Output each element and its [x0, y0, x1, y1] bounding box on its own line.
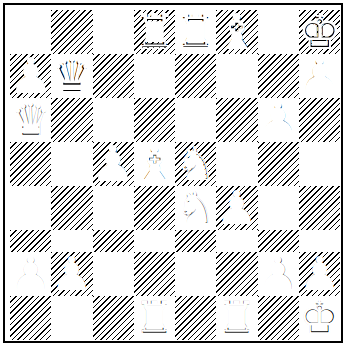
piece-white-pawn-g2-icon: ♟♙ — [258, 252, 299, 296]
piece-white-queen-a6-icon: ♛♕ — [10, 98, 51, 142]
piece-black-pawn-a7-icon: ♟♟ — [10, 54, 51, 98]
square-h2[interactable]: ♟♙ — [299, 252, 340, 296]
square-e1[interactable] — [175, 296, 216, 340]
square-h4[interactable] — [299, 186, 340, 230]
piece-white-pawn-f4-icon: ♟♙ — [216, 186, 257, 230]
piece-white-knight-e4-icon: ♞♘ — [175, 186, 216, 230]
piece-white-knight-e5-icon: ♞♘ — [175, 142, 216, 186]
square-e6[interactable] — [175, 98, 216, 142]
piece-fill-layer: ♜ — [216, 295, 258, 342]
square-h7[interactable]: ♟♟ — [299, 54, 340, 98]
piece-white-pawn-b2-icon: ♟♙ — [51, 252, 92, 296]
square-d7[interactable] — [134, 54, 175, 98]
square-f7[interactable] — [216, 54, 257, 98]
square-e5[interactable]: ♞♘ — [175, 142, 216, 186]
piece-fill-layer: ♟ — [91, 139, 135, 188]
piece-black-pawn-g6-icon: ♟♟ — [258, 98, 299, 142]
square-h1[interactable]: ♚♔ — [299, 296, 340, 340]
piece-fill-layer: ♝ — [132, 139, 176, 188]
square-e4[interactable]: ♞♘ — [175, 186, 216, 230]
square-f8[interactable]: ♝♝ — [216, 10, 257, 54]
square-c5[interactable]: ♟♟ — [93, 142, 134, 186]
square-g1[interactable] — [258, 296, 299, 340]
square-f6[interactable] — [216, 98, 257, 142]
square-e8[interactable]: ♜♜ — [175, 10, 216, 54]
square-a4[interactable] — [10, 186, 51, 230]
square-a6[interactable]: ♛♕ — [10, 98, 51, 142]
square-c1[interactable] — [93, 296, 134, 340]
piece-black-queen-b7-icon: ♛♛ — [51, 54, 92, 98]
square-f4[interactable]: ♟♙ — [216, 186, 257, 230]
square-c3[interactable] — [93, 230, 134, 252]
chess-diagram: ♜♜♜♜♝♝♚♚♟♟♛♛♟♟♛♕♟♟♟♟♝♝♞♘♞♘♟♙♟♙♟♙♟♙♟♙♜♖♜♖… — [0, 0, 350, 350]
square-b2[interactable]: ♟♙ — [51, 252, 92, 296]
square-c4[interactable] — [93, 186, 134, 230]
square-a1[interactable] — [10, 296, 51, 340]
square-d4[interactable] — [134, 186, 175, 230]
square-d1[interactable]: ♜♖ — [134, 296, 175, 340]
piece-white-rook-d1-icon: ♜♖ — [134, 296, 175, 340]
square-d3[interactable] — [134, 230, 175, 252]
square-d5[interactable]: ♝♝ — [134, 142, 175, 186]
piece-fill-layer: ♝ — [215, 7, 259, 56]
piece-fill-layer: ♜ — [174, 7, 218, 56]
square-b1[interactable] — [51, 296, 92, 340]
square-g6[interactable]: ♟♟ — [258, 98, 299, 142]
piece-black-bishop-f8-icon: ♝♝ — [216, 10, 257, 54]
square-d8[interactable]: ♜♜ — [134, 10, 175, 54]
piece-fill-layer: ♛ — [50, 51, 94, 100]
square-a2[interactable]: ♟♙ — [10, 252, 51, 296]
piece-black-pawn-h7-icon: ♟♟ — [299, 54, 340, 98]
square-a5[interactable] — [10, 142, 51, 186]
square-f2[interactable] — [216, 252, 257, 296]
chess-board: ♜♜♜♜♝♝♚♚♟♟♛♛♟♟♛♕♟♟♟♟♝♝♞♘♞♘♟♙♟♙♟♙♟♙♟♙♜♖♜♖… — [10, 10, 340, 340]
piece-fill-layer: ♟ — [257, 251, 299, 298]
square-a7[interactable]: ♟♟ — [10, 54, 51, 98]
square-e2[interactable] — [175, 252, 216, 296]
square-c2[interactable] — [93, 252, 134, 296]
square-c8[interactable] — [93, 10, 134, 54]
piece-fill-layer: ♞ — [175, 185, 217, 232]
piece-black-bishop-d5-icon: ♝♝ — [134, 142, 175, 186]
piece-fill-layer: ♟ — [216, 185, 258, 232]
square-f1[interactable]: ♜♖ — [216, 296, 257, 340]
square-d2[interactable] — [134, 252, 175, 296]
piece-fill-layer: ♟ — [51, 251, 93, 298]
piece-white-pawn-a2-icon: ♟♙ — [10, 252, 51, 296]
piece-black-rook-d8-icon: ♜♜ — [134, 10, 175, 54]
piece-fill-layer: ♟ — [10, 251, 52, 298]
piece-black-rook-e8-icon: ♜♜ — [175, 10, 216, 54]
square-b4[interactable] — [51, 186, 92, 230]
square-g8[interactable] — [258, 10, 299, 54]
square-b6[interactable] — [51, 98, 92, 142]
piece-fill-layer: ♚ — [298, 295, 340, 342]
piece-white-rook-f1-icon: ♜♖ — [216, 296, 257, 340]
piece-white-pawn-h2-icon: ♟♙ — [299, 252, 340, 296]
piece-black-pawn-c5-icon: ♟♟ — [93, 142, 134, 186]
piece-fill-layer: ♜ — [133, 295, 175, 342]
piece-fill-layer: ♟ — [256, 95, 300, 144]
square-h5[interactable] — [299, 142, 340, 186]
piece-fill-layer: ♜ — [132, 7, 176, 56]
square-g5[interactable] — [258, 142, 299, 186]
square-e7[interactable] — [175, 54, 216, 98]
square-g4[interactable] — [258, 186, 299, 230]
square-g2[interactable]: ♟♙ — [258, 252, 299, 296]
piece-fill-layer: ♟ — [297, 51, 341, 100]
square-h6[interactable] — [299, 98, 340, 142]
square-c7[interactable] — [93, 54, 134, 98]
piece-white-king-h1-icon: ♚♔ — [299, 296, 340, 340]
square-f5[interactable] — [216, 142, 257, 186]
square-b7[interactable]: ♛♛ — [51, 54, 92, 98]
piece-fill-layer: ♛ — [10, 97, 52, 144]
square-b5[interactable] — [51, 142, 92, 186]
